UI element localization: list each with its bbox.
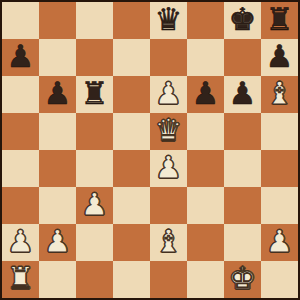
square-g7[interactable] — [224, 39, 261, 76]
square-c4[interactable] — [76, 150, 113, 187]
square-g5[interactable] — [224, 113, 261, 150]
square-h2[interactable]: ♟ — [261, 224, 298, 261]
square-c2[interactable] — [76, 224, 113, 261]
white-pawn[interactable]: ♟ — [155, 152, 183, 183]
square-f7[interactable] — [187, 39, 224, 76]
white-queen[interactable]: ♛ — [155, 115, 183, 146]
square-e1[interactable] — [150, 261, 187, 298]
square-c6[interactable]: ♜ — [76, 76, 113, 113]
square-h7[interactable]: ♟ — [261, 39, 298, 76]
black-queen[interactable]: ♛ — [155, 4, 183, 35]
square-c7[interactable] — [76, 39, 113, 76]
square-e6[interactable]: ♟ — [150, 76, 187, 113]
chess-board: ♛♚♜♟♟♟♜♟♟♟♝♛♟♟♟♟♝♟♜♚ — [0, 0, 300, 300]
square-c1[interactable] — [76, 261, 113, 298]
square-f4[interactable] — [187, 150, 224, 187]
black-pawn[interactable]: ♟ — [192, 78, 220, 109]
black-rook[interactable]: ♜ — [266, 4, 294, 35]
square-c5[interactable] — [76, 113, 113, 150]
white-bishop[interactable]: ♝ — [155, 226, 183, 257]
square-e3[interactable] — [150, 187, 187, 224]
square-b1[interactable] — [39, 261, 76, 298]
square-e4[interactable]: ♟ — [150, 150, 187, 187]
square-g3[interactable] — [224, 187, 261, 224]
white-pawn[interactable]: ♟ — [155, 78, 183, 109]
square-c8[interactable] — [76, 2, 113, 39]
white-pawn[interactable]: ♟ — [266, 226, 294, 257]
square-f2[interactable] — [187, 224, 224, 261]
square-a2[interactable]: ♟ — [2, 224, 39, 261]
square-b2[interactable]: ♟ — [39, 224, 76, 261]
square-b3[interactable] — [39, 187, 76, 224]
square-b4[interactable] — [39, 150, 76, 187]
square-g8[interactable]: ♚ — [224, 2, 261, 39]
square-a1[interactable]: ♜ — [2, 261, 39, 298]
white-pawn[interactable]: ♟ — [7, 226, 35, 257]
square-a3[interactable] — [2, 187, 39, 224]
square-a7[interactable]: ♟ — [2, 39, 39, 76]
square-h8[interactable]: ♜ — [261, 2, 298, 39]
square-h4[interactable] — [261, 150, 298, 187]
square-d8[interactable] — [113, 2, 150, 39]
square-f6[interactable]: ♟ — [187, 76, 224, 113]
square-b8[interactable] — [39, 2, 76, 39]
square-a6[interactable] — [2, 76, 39, 113]
white-pawn[interactable]: ♟ — [81, 189, 109, 220]
black-king[interactable]: ♚ — [229, 4, 257, 35]
square-e7[interactable] — [150, 39, 187, 76]
square-f1[interactable] — [187, 261, 224, 298]
square-g2[interactable] — [224, 224, 261, 261]
square-a8[interactable] — [2, 2, 39, 39]
white-pawn[interactable]: ♟ — [44, 226, 72, 257]
square-a4[interactable] — [2, 150, 39, 187]
square-a5[interactable] — [2, 113, 39, 150]
white-rook[interactable]: ♜ — [7, 263, 35, 294]
square-d7[interactable] — [113, 39, 150, 76]
square-g4[interactable] — [224, 150, 261, 187]
white-king[interactable]: ♚ — [229, 263, 257, 294]
square-e2[interactable]: ♝ — [150, 224, 187, 261]
square-b7[interactable] — [39, 39, 76, 76]
square-h5[interactable] — [261, 113, 298, 150]
square-d1[interactable] — [113, 261, 150, 298]
black-pawn[interactable]: ♟ — [266, 41, 294, 72]
white-bishop[interactable]: ♝ — [266, 78, 294, 109]
square-d2[interactable] — [113, 224, 150, 261]
black-pawn[interactable]: ♟ — [44, 78, 72, 109]
square-d6[interactable] — [113, 76, 150, 113]
square-h3[interactable] — [261, 187, 298, 224]
square-h6[interactable]: ♝ — [261, 76, 298, 113]
square-b5[interactable] — [39, 113, 76, 150]
black-pawn[interactable]: ♟ — [229, 78, 257, 109]
square-f8[interactable] — [187, 2, 224, 39]
square-c3[interactable]: ♟ — [76, 187, 113, 224]
square-f3[interactable] — [187, 187, 224, 224]
square-d3[interactable] — [113, 187, 150, 224]
square-f5[interactable] — [187, 113, 224, 150]
square-d5[interactable] — [113, 113, 150, 150]
square-g6[interactable]: ♟ — [224, 76, 261, 113]
square-e5[interactable]: ♛ — [150, 113, 187, 150]
black-pawn[interactable]: ♟ — [7, 41, 35, 72]
square-b6[interactable]: ♟ — [39, 76, 76, 113]
square-h1[interactable] — [261, 261, 298, 298]
square-e8[interactable]: ♛ — [150, 2, 187, 39]
square-g1[interactable]: ♚ — [224, 261, 261, 298]
square-d4[interactable] — [113, 150, 150, 187]
black-rook[interactable]: ♜ — [81, 78, 109, 109]
